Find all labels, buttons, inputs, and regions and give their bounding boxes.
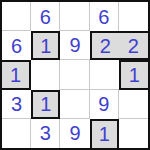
cell-r4c1[interactable]: 3 [2, 90, 31, 119]
cell-r2c4[interactable]: 2 [90, 31, 119, 60]
cell-r3c1[interactable]: 1 [2, 60, 31, 89]
cell-r1c5[interactable] [119, 2, 148, 31]
cell-r1c3[interactable] [60, 2, 89, 31]
cell-r4c4[interactable]: 9 [90, 90, 119, 119]
cell-r5c2[interactable]: 3 [31, 119, 60, 148]
cell-r2c1[interactable]: 6 [2, 31, 31, 60]
cell-r2c5[interactable]: 2 [119, 31, 148, 60]
cell-r5c5[interactable] [119, 119, 148, 148]
cell-r4c2[interactable]: 1 [31, 90, 60, 119]
cell-r2c3[interactable]: 9 [60, 31, 89, 60]
cell-r5c4[interactable]: 1 [90, 119, 119, 148]
cell-r3c3[interactable] [60, 60, 89, 89]
cell-r1c1[interactable] [2, 2, 31, 31]
cell-r3c4[interactable] [90, 60, 119, 89]
cell-r2c2[interactable]: 1 [31, 31, 60, 60]
cell-r3c2[interactable] [31, 60, 60, 89]
cell-r1c4[interactable]: 6 [90, 2, 119, 31]
cell-r4c5[interactable] [119, 90, 148, 119]
cell-r5c3[interactable]: 9 [60, 119, 89, 148]
cell-r4c3[interactable] [60, 90, 89, 119]
cell-r1c2[interactable]: 6 [31, 2, 60, 31]
cell-r5c1[interactable] [2, 119, 31, 148]
puzzle-board: 6 6 6 1 9 2 2 1 1 3 1 9 3 9 1 [0, 0, 150, 150]
cell-r3c5[interactable]: 1 [119, 60, 148, 89]
